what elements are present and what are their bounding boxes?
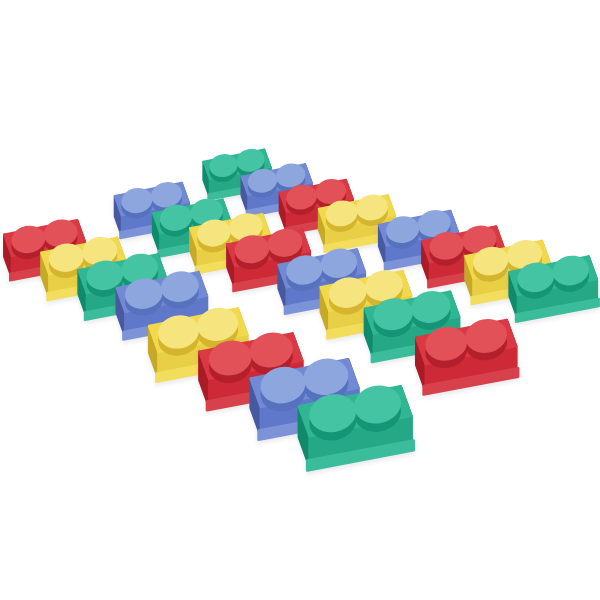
building-bricks-photo	[0, 0, 600, 600]
brick-green-front-row-left-4	[292, 364, 424, 477]
brick-red-front-row-middle-4	[410, 300, 528, 401]
